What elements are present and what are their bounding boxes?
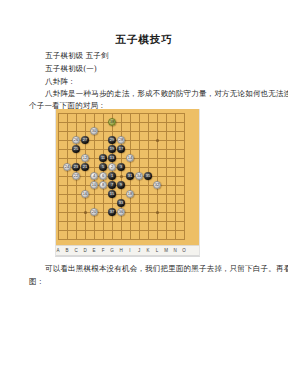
paragraph-line: 八卦阵：: [45, 77, 76, 87]
document-page: 五子棋技巧 五子棋初级 五子剑 五子棋初级(一) 八卦阵： 八卦阵是一种马步的走…: [0, 0, 288, 373]
black-stone-15: 15: [108, 190, 116, 198]
black-stone-29: 29: [108, 136, 116, 144]
black-stone-21: 21: [81, 163, 89, 171]
star-point: [156, 211, 159, 214]
white-stone-32: 32: [153, 181, 161, 189]
black-stone-35: 35: [144, 172, 152, 180]
white-stone-12: 12: [81, 154, 89, 162]
column-label-I: I: [127, 248, 134, 253]
white-stone-6: 6: [99, 172, 107, 180]
black-stone-33: 33: [117, 199, 125, 207]
white-stone-16: 16: [81, 190, 89, 198]
column-label-F: F: [100, 248, 107, 253]
white-stone-2: 2: [108, 163, 116, 171]
black-stone-17: 17: [117, 145, 125, 153]
black-stone-31: 31: [126, 172, 134, 180]
black-stone-23: 23: [72, 163, 80, 171]
star-point: [120, 175, 123, 178]
black-stone-25: 25: [72, 145, 80, 153]
column-label-O: O: [181, 248, 188, 253]
column-label-J: J: [136, 248, 143, 253]
black-stone-7: 7: [108, 181, 116, 189]
black-stone-19: 19: [108, 145, 116, 153]
column-label-N: N: [172, 248, 179, 253]
gomoku-board: 1234567891011121314151617181920212223242…: [56, 109, 199, 245]
column-label-L: L: [154, 248, 161, 253]
white-stone-22: 22: [72, 172, 80, 180]
white-stone-4: 4: [90, 172, 98, 180]
column-label-C: C: [73, 248, 80, 253]
black-stone-3: 3: [117, 163, 125, 171]
page-title: 五子棋技巧: [0, 33, 288, 47]
highlighted-white-stone-38: 38: [108, 118, 116, 126]
star-point: [156, 139, 159, 142]
star-point: [84, 211, 87, 214]
paragraph-line: 八卦阵是一种马步的走法，形成不败的防守力量，对方无论如何也无法连成四: [45, 89, 288, 99]
white-stone-20: 20: [90, 208, 98, 216]
white-stone-36: 36: [117, 208, 125, 216]
white-stone-10: 10: [90, 181, 98, 189]
black-stone-13: 13: [108, 154, 116, 162]
white-stone-8: 8: [99, 181, 107, 189]
white-stone-14: 14: [126, 154, 134, 162]
paragraph-line: 五子棋初级 五子剑: [45, 51, 109, 61]
black-stone-1: 1: [108, 172, 116, 180]
column-label-M: M: [163, 248, 170, 253]
white-stone-26: 26: [72, 136, 80, 144]
column-label-H: H: [118, 248, 125, 253]
black-stone-11: 11: [99, 154, 107, 162]
paragraph-line: 可以看出黑棋根本没有机会，我们把里面的黑子去掉，只留下白子。再看下: [45, 264, 288, 274]
black-stone-27: 27: [81, 136, 89, 144]
column-label-K: K: [145, 248, 152, 253]
column-label-E: E: [91, 248, 98, 253]
column-label-G: G: [109, 248, 116, 253]
white-stone-34: 34: [135, 172, 143, 180]
column-label-D: D: [82, 248, 89, 253]
black-stone-5: 5: [99, 163, 107, 171]
black-stone-37: 37: [108, 208, 116, 216]
paragraph-line: 图：: [29, 277, 44, 287]
white-stone-24: 24: [63, 163, 71, 171]
column-label-A: A: [55, 248, 62, 253]
white-stone-18: 18: [126, 190, 134, 198]
board-coordinate-strip: ABCDEFGHIJKLMNO: [56, 245, 199, 255]
column-label-B: B: [64, 248, 71, 253]
black-stone-9: 9: [117, 181, 125, 189]
white-stone-28: 28: [117, 136, 125, 144]
paragraph-line: 五子棋初级(一): [45, 64, 97, 74]
gomoku-board-image: 1234567891011121314151617181920212223242…: [55, 109, 200, 257]
white-stone-30: 30: [90, 127, 98, 135]
